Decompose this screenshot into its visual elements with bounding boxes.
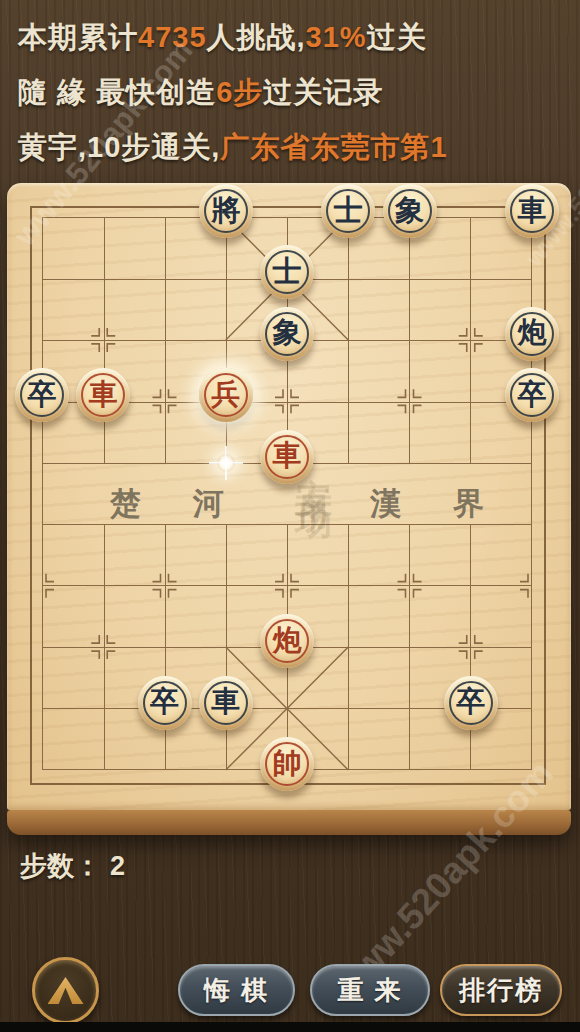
black-chariot[interactable]: 車 <box>505 184 559 238</box>
piece-character: 炮 <box>273 626 302 655</box>
piece-character: 炮 <box>518 318 547 347</box>
red-soldier[interactable]: 兵 <box>199 368 253 422</box>
step-counter-value: 2 <box>110 851 125 881</box>
leaderboard-button[interactable]: 排行榜 <box>440 964 562 1016</box>
restart-button[interactable]: 重 来 <box>310 964 430 1016</box>
black-soldier[interactable]: 卒 <box>505 368 559 422</box>
board-cell <box>165 279 226 340</box>
piece-character: 士 <box>273 257 302 286</box>
step-counter: 步数：2 <box>20 848 125 884</box>
black-advisor[interactable]: 士 <box>321 184 375 238</box>
black-elephant[interactable]: 象 <box>383 184 437 238</box>
board-cell <box>348 279 409 340</box>
stats-line-challengers: 本期累计4735人挑战,31%过关 <box>18 18 427 58</box>
board-cell <box>104 279 165 340</box>
river-label-right: 漢 界 <box>370 483 506 525</box>
board-cell <box>409 340 470 401</box>
game-screen: 本期累计4735人挑战,31%过关 隨 緣 最快创造6步过关记录 黄宇,10步通… <box>0 0 580 1032</box>
board-cell <box>287 524 348 585</box>
piece-character: 將 <box>211 196 240 225</box>
black-elephant[interactable]: 象 <box>260 307 314 361</box>
black-soldier[interactable]: 卒 <box>444 676 498 730</box>
board-cell <box>470 585 531 646</box>
piece-character: 卒 <box>456 687 485 716</box>
board-cell <box>226 524 287 585</box>
river-label-left: 楚 河 <box>110 483 246 525</box>
board-cell <box>104 218 165 279</box>
black-general[interactable]: 將 <box>199 184 253 238</box>
board-cell <box>43 524 104 585</box>
board-cell <box>43 647 104 708</box>
piece-character: 車 <box>211 687 240 716</box>
piece-character: 卒 <box>150 687 179 716</box>
red-general[interactable]: 帥 <box>260 737 314 791</box>
board-grid[interactable]: 楚 河 漢 界 將士象車士象炮卒車兵卒車炮卒車卒帥 <box>42 217 532 770</box>
black-chariot[interactable]: 車 <box>199 676 253 730</box>
board-cell <box>348 708 409 769</box>
board-cell <box>165 585 226 646</box>
board-cell <box>43 585 104 646</box>
board-bottom-edge <box>7 810 571 835</box>
text-segment: 人挑战, <box>207 21 306 53</box>
board-cell <box>43 463 104 524</box>
board-cell <box>348 524 409 585</box>
board-cell <box>165 524 226 585</box>
piece-character: 車 <box>89 380 118 409</box>
piece-character: 兵 <box>211 380 240 409</box>
board-cell <box>470 524 531 585</box>
piece-character: 士 <box>334 196 363 225</box>
board-cell <box>348 402 409 463</box>
chevron-up-icon <box>48 977 84 1004</box>
board-cell <box>348 340 409 401</box>
board-cell <box>409 279 470 340</box>
step-counter-label: 步数： <box>20 851 101 881</box>
text-segment: 广东省东莞市第1 <box>220 131 447 163</box>
text-segment: 黄宇,10步通关, <box>18 131 220 163</box>
black-cannon[interactable]: 炮 <box>505 307 559 361</box>
board-cell <box>348 585 409 646</box>
board-cell <box>348 647 409 708</box>
board-cell <box>43 218 104 279</box>
last-move-source-marker <box>217 454 235 472</box>
stats-line-top-player: 黄宇,10步通关,广东省东莞市第1 <box>18 128 448 168</box>
text-segment: 31% <box>306 21 367 53</box>
undo-button[interactable]: 悔 棋 <box>178 964 295 1016</box>
black-soldier[interactable]: 卒 <box>138 676 192 730</box>
board-cell <box>104 585 165 646</box>
piece-character: 帥 <box>273 749 302 778</box>
text-segment: 6步 <box>216 76 263 108</box>
expand-button[interactable] <box>32 957 99 1024</box>
piece-character: 卒 <box>28 380 57 409</box>
text-segment: 隨 緣 最快创造 <box>18 76 216 108</box>
black-soldier[interactable]: 卒 <box>15 368 69 422</box>
board-cell <box>104 524 165 585</box>
text-segment: 过关记录 <box>263 76 383 108</box>
text-segment: 本期累计 <box>18 21 138 53</box>
board-cell <box>409 402 470 463</box>
bottom-system-bar <box>0 1022 580 1032</box>
board-cell <box>43 708 104 769</box>
text-segment: 4735 <box>138 21 207 53</box>
piece-character: 象 <box>395 196 424 225</box>
piece-character: 卒 <box>518 380 547 409</box>
piece-character: 車 <box>518 196 547 225</box>
board-cell <box>409 585 470 646</box>
piece-character: 象 <box>273 318 302 347</box>
stats-line-record: 隨 緣 最快创造6步过关记录 <box>18 73 383 113</box>
board-cell <box>409 524 470 585</box>
text-segment: 过关 <box>367 21 427 53</box>
board-cell <box>43 279 104 340</box>
piece-character: 車 <box>273 441 302 470</box>
red-cannon[interactable]: 炮 <box>260 614 314 668</box>
red-chariot[interactable]: 車 <box>260 430 314 484</box>
